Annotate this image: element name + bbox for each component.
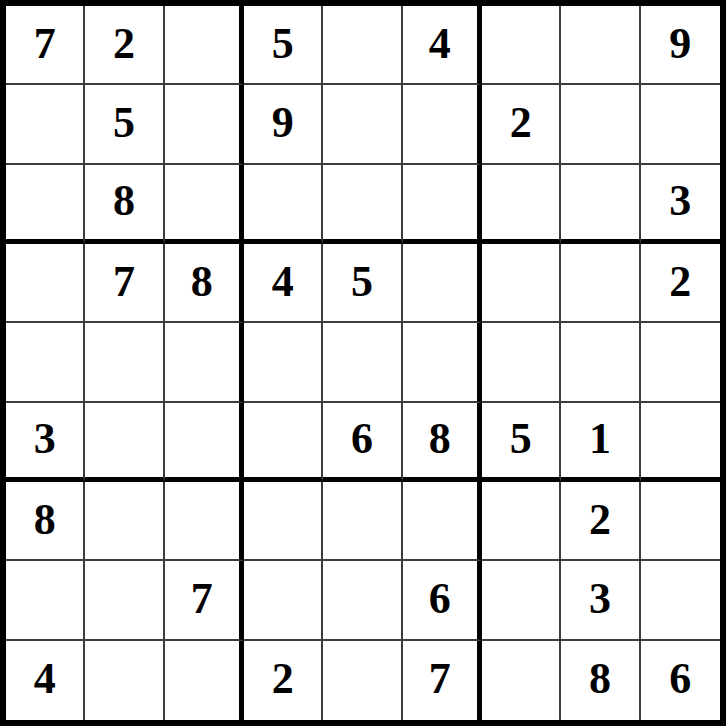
cell-r8c4[interactable] <box>244 561 323 640</box>
given-digit: 4 <box>272 260 294 304</box>
cell-r5c3[interactable] <box>165 323 244 402</box>
cell-r3c7[interactable] <box>482 165 561 244</box>
cell-r1c4[interactable]: 5 <box>244 6 323 85</box>
cell-r9c6[interactable]: 7 <box>403 641 482 720</box>
given-digit: 7 <box>113 260 135 304</box>
given-digit: 9 <box>669 22 691 66</box>
cell-r7c3[interactable] <box>165 482 244 561</box>
given-digit: 4 <box>429 22 451 66</box>
cell-r4c9[interactable]: 2 <box>641 244 720 323</box>
given-digit: 5 <box>510 417 532 461</box>
cell-r1c7[interactable] <box>482 6 561 85</box>
cell-r7c2[interactable] <box>85 482 164 561</box>
cell-r2c3[interactable] <box>165 85 244 164</box>
given-digit: 8 <box>191 260 213 304</box>
cell-r8c1[interactable] <box>6 561 85 640</box>
given-digit: 3 <box>34 417 56 461</box>
given-digit: 3 <box>669 179 691 223</box>
given-digit: 5 <box>272 22 294 66</box>
cell-r1c9[interactable]: 9 <box>641 6 720 85</box>
cell-r6c6[interactable]: 8 <box>403 403 482 482</box>
cell-r5c7[interactable] <box>482 323 561 402</box>
given-digit: 6 <box>429 577 451 621</box>
cell-r4c6[interactable] <box>403 244 482 323</box>
cell-r9c3[interactable] <box>165 641 244 720</box>
cell-r5c6[interactable] <box>403 323 482 402</box>
cell-r1c1[interactable]: 7 <box>6 6 85 85</box>
cell-r8c5[interactable] <box>323 561 402 640</box>
cell-r7c6[interactable] <box>403 482 482 561</box>
cell-r6c7[interactable]: 5 <box>482 403 561 482</box>
cell-r1c2[interactable]: 2 <box>85 6 164 85</box>
cell-r3c3[interactable] <box>165 165 244 244</box>
cell-r6c2[interactable] <box>85 403 164 482</box>
cell-r6c5[interactable]: 6 <box>323 403 402 482</box>
cell-r9c1[interactable]: 4 <box>6 641 85 720</box>
cell-r7c9[interactable] <box>641 482 720 561</box>
cell-r9c5[interactable] <box>323 641 402 720</box>
given-digit: 8 <box>34 498 56 542</box>
cell-r2c1[interactable] <box>6 85 85 164</box>
given-digit: 9 <box>272 101 294 145</box>
cell-r4c1[interactable] <box>6 244 85 323</box>
cell-r3c2[interactable]: 8 <box>85 165 164 244</box>
given-digit: 2 <box>272 657 294 701</box>
cell-r3c5[interactable] <box>323 165 402 244</box>
cell-r1c3[interactable] <box>165 6 244 85</box>
cell-r1c6[interactable]: 4 <box>403 6 482 85</box>
cell-r8c3[interactable]: 7 <box>165 561 244 640</box>
cell-r3c8[interactable] <box>561 165 640 244</box>
cell-r9c4[interactable]: 2 <box>244 641 323 720</box>
cell-r9c2[interactable] <box>85 641 164 720</box>
cell-r8c6[interactable]: 6 <box>403 561 482 640</box>
cell-r2c4[interactable]: 9 <box>244 85 323 164</box>
cell-r2c9[interactable] <box>641 85 720 164</box>
cell-r2c6[interactable] <box>403 85 482 164</box>
given-digit: 4 <box>34 657 56 701</box>
cell-r8c7[interactable] <box>482 561 561 640</box>
cell-r7c7[interactable] <box>482 482 561 561</box>
cell-r9c9[interactable]: 6 <box>641 641 720 720</box>
given-digit: 2 <box>589 498 611 542</box>
given-digit: 8 <box>589 657 611 701</box>
cell-r6c1[interactable]: 3 <box>6 403 85 482</box>
given-digit: 7 <box>191 577 213 621</box>
given-digit: 7 <box>429 657 451 701</box>
cell-r4c4[interactable]: 4 <box>244 244 323 323</box>
given-digit: 2 <box>113 22 135 66</box>
given-digit: 6 <box>669 657 691 701</box>
cell-r9c7[interactable] <box>482 641 561 720</box>
cell-r9c8[interactable]: 8 <box>561 641 640 720</box>
cell-r8c2[interactable] <box>85 561 164 640</box>
cell-r8c9[interactable] <box>641 561 720 640</box>
cell-r3c1[interactable] <box>6 165 85 244</box>
given-digit: 1 <box>589 417 611 461</box>
given-digit: 8 <box>113 179 135 223</box>
cell-r7c5[interactable] <box>323 482 402 561</box>
given-digit: 2 <box>669 260 691 304</box>
cell-r6c4[interactable] <box>244 403 323 482</box>
cell-r3c6[interactable] <box>403 165 482 244</box>
cell-r6c3[interactable] <box>165 403 244 482</box>
cell-r2c8[interactable] <box>561 85 640 164</box>
cell-r8c8[interactable]: 3 <box>561 561 640 640</box>
given-digit: 5 <box>351 260 373 304</box>
cell-r5c2[interactable] <box>85 323 164 402</box>
cell-r7c8[interactable]: 2 <box>561 482 640 561</box>
sudoku-board: 725495928378452368518276342786 <box>0 0 726 726</box>
cell-r5c8[interactable] <box>561 323 640 402</box>
cell-r2c7[interactable]: 2 <box>482 85 561 164</box>
cell-r2c2[interactable]: 5 <box>85 85 164 164</box>
cell-r5c9[interactable] <box>641 323 720 402</box>
given-digit: 2 <box>510 101 532 145</box>
given-digit: 6 <box>351 417 373 461</box>
cell-r4c3[interactable]: 8 <box>165 244 244 323</box>
cell-r4c7[interactable] <box>482 244 561 323</box>
cell-r6c9[interactable] <box>641 403 720 482</box>
given-digit: 7 <box>34 22 56 66</box>
given-digit: 8 <box>429 417 451 461</box>
given-digit: 3 <box>589 577 611 621</box>
cell-r7c4[interactable] <box>244 482 323 561</box>
cell-r5c5[interactable] <box>323 323 402 402</box>
cell-r7c1[interactable]: 8 <box>6 482 85 561</box>
cell-r4c8[interactable] <box>561 244 640 323</box>
cell-r3c9[interactable]: 3 <box>641 165 720 244</box>
given-digit: 5 <box>113 101 135 145</box>
cell-r2c5[interactable] <box>323 85 402 164</box>
cell-r5c4[interactable] <box>244 323 323 402</box>
cell-r5c1[interactable] <box>6 323 85 402</box>
cell-r4c5[interactable]: 5 <box>323 244 402 323</box>
cell-r4c2[interactable]: 7 <box>85 244 164 323</box>
cell-r1c5[interactable] <box>323 6 402 85</box>
cell-r3c4[interactable] <box>244 165 323 244</box>
cell-r1c8[interactable] <box>561 6 640 85</box>
cell-r6c8[interactable]: 1 <box>561 403 640 482</box>
